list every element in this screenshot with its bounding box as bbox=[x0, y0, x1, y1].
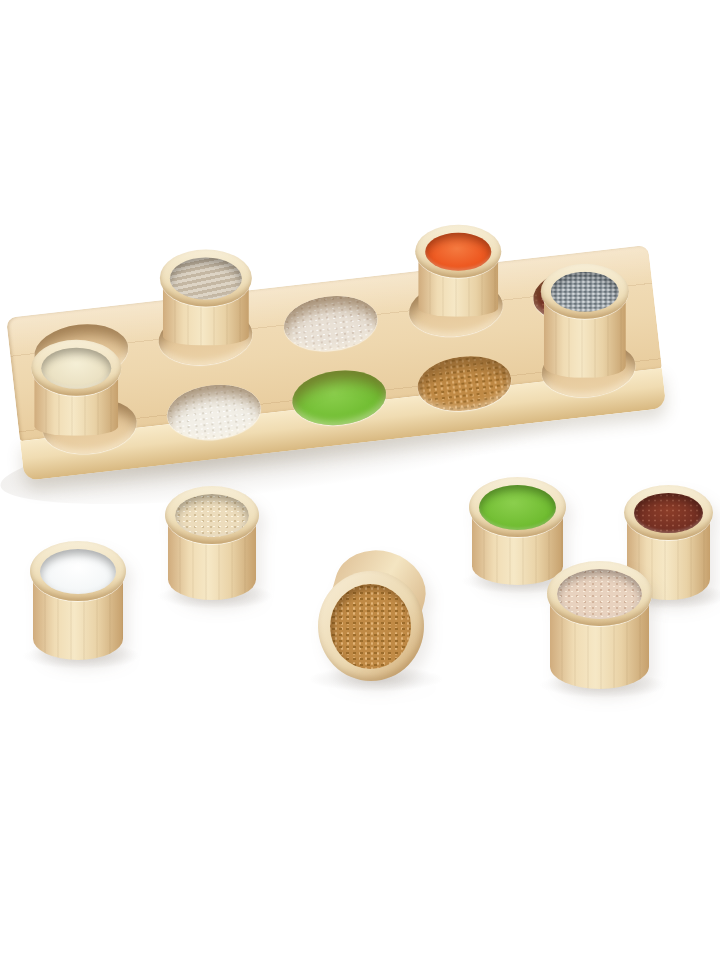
board-recess-pale-grit[interactable] bbox=[281, 291, 381, 355]
texture-disc-orange bbox=[425, 233, 491, 271]
cylinder-wood-rim bbox=[318, 571, 424, 681]
texture-cylinder-sand[interactable] bbox=[165, 486, 259, 600]
texture-disc-maroon bbox=[634, 493, 703, 533]
texture-cylinder-cream[interactable] bbox=[31, 340, 121, 436]
texture-disc-green bbox=[479, 485, 556, 530]
texture-cylinder-white[interactable] bbox=[30, 541, 126, 660]
cylinder-wood-rim bbox=[541, 264, 629, 319]
cylinder-wood-rim bbox=[31, 340, 121, 396]
texture-disc-corduroy bbox=[170, 257, 242, 299]
board-cell-r1c1 bbox=[148, 367, 281, 456]
texture-disc-cream bbox=[41, 348, 111, 389]
board-cell-r1c0 bbox=[23, 381, 156, 470]
texture-cylinder-pink-sand[interactable] bbox=[547, 561, 652, 689]
texture-disc-gray-mesh bbox=[551, 272, 619, 312]
texture-cylinder-corduroy[interactable] bbox=[160, 249, 252, 345]
cylinder-wood-rim bbox=[160, 249, 252, 306]
texture-disc-sand bbox=[175, 494, 249, 537]
board-cell-r0c1 bbox=[139, 293, 272, 382]
texture-cylinder-gray-mesh[interactable] bbox=[541, 264, 629, 378]
cylinder-wood-rim bbox=[547, 561, 652, 626]
texture-disc-cork bbox=[330, 584, 411, 669]
board-cell-r1c3 bbox=[397, 339, 530, 428]
board-cell-r0c3 bbox=[389, 264, 522, 353]
texture-disc-white bbox=[40, 549, 116, 594]
cylinder-wood-rim bbox=[415, 225, 501, 278]
board-recess-white-grit[interactable] bbox=[165, 379, 265, 443]
cylinder-wood-rim bbox=[30, 541, 126, 601]
board-cell-r0c2 bbox=[264, 278, 397, 367]
cylinder-wood-rim bbox=[624, 485, 713, 540]
texture-disc-pink-sand bbox=[557, 569, 642, 619]
board-cell-r1c4 bbox=[522, 324, 655, 413]
texture-cylinder-cork-tilted[interactable] bbox=[316, 549, 428, 683]
board-recess-green[interactable] bbox=[289, 365, 389, 429]
cylinder-wood-rim bbox=[165, 486, 259, 544]
texture-cylinder-orange[interactable] bbox=[415, 225, 501, 317]
board-cell-r1c2 bbox=[272, 353, 405, 442]
product-photo-stage bbox=[0, 0, 720, 960]
board-recess-cork[interactable] bbox=[414, 351, 514, 415]
cylinder-wood-rim bbox=[469, 477, 566, 537]
